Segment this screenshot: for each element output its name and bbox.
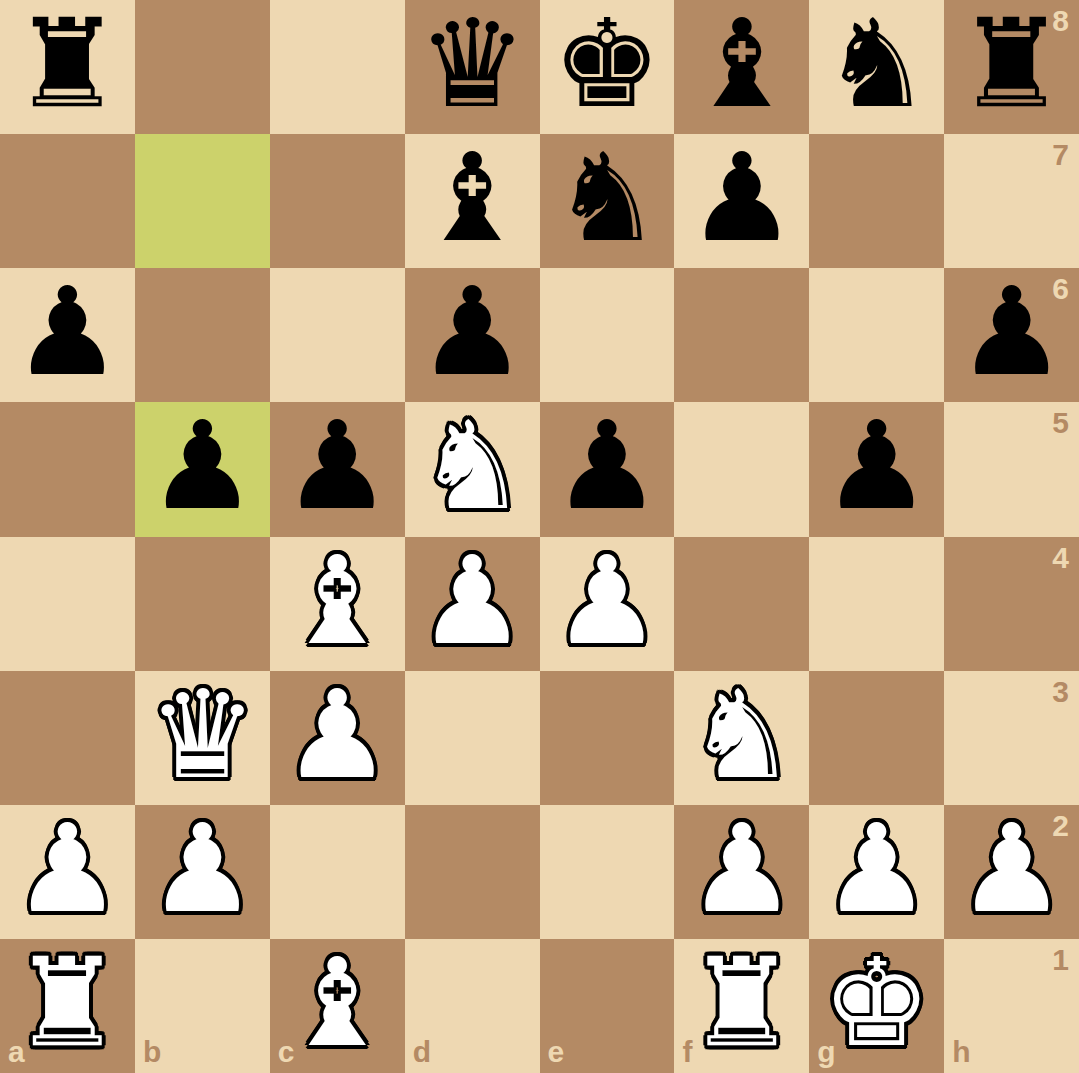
black-pawn[interactable]: ♟ (687, 137, 796, 259)
rank-label-7: 7 (1052, 140, 1069, 170)
square-c3[interactable]: ♟ (270, 671, 405, 805)
square-g8[interactable]: ♞ (809, 0, 944, 134)
square-b5[interactable]: ♟ (135, 402, 270, 536)
square-c6[interactable] (270, 268, 405, 402)
square-g7[interactable] (809, 134, 944, 268)
rank-label-1: 1 (1052, 945, 1069, 975)
white-pawn[interactable]: ♟ (148, 808, 257, 930)
black-rook[interactable]: ♜ (957, 3, 1066, 125)
square-g2[interactable]: ♟ (809, 805, 944, 939)
square-e3[interactable] (540, 671, 675, 805)
square-a2[interactable]: ♟ (0, 805, 135, 939)
black-queen[interactable]: ♛ (417, 3, 526, 125)
black-king[interactable]: ♚ (552, 3, 661, 125)
black-pawn[interactable]: ♟ (417, 271, 526, 393)
square-b3[interactable]: ♛ (135, 671, 270, 805)
white-rook[interactable]: ♜ (13, 942, 122, 1064)
square-d6[interactable]: ♟ (405, 268, 540, 402)
square-d2[interactable] (405, 805, 540, 939)
square-e2[interactable] (540, 805, 675, 939)
square-b4[interactable] (135, 537, 270, 671)
black-pawn[interactable]: ♟ (283, 405, 392, 527)
black-pawn[interactable]: ♟ (957, 271, 1066, 393)
square-c5[interactable]: ♟ (270, 402, 405, 536)
square-g6[interactable] (809, 268, 944, 402)
square-a3[interactable] (0, 671, 135, 805)
square-f5[interactable] (674, 402, 809, 536)
square-b2[interactable]: ♟ (135, 805, 270, 939)
rank-label-5: 5 (1052, 408, 1069, 438)
square-g4[interactable] (809, 537, 944, 671)
square-e1[interactable]: e (540, 939, 675, 1073)
square-f8[interactable]: ♝ (674, 0, 809, 134)
square-a6[interactable]: ♟ (0, 268, 135, 402)
black-pawn[interactable]: ♟ (13, 271, 122, 393)
square-d5[interactable]: ♞ (405, 402, 540, 536)
square-h7[interactable]: 7 (944, 134, 1079, 268)
square-c4[interactable]: ♝ (270, 537, 405, 671)
square-c7[interactable] (270, 134, 405, 268)
square-a5[interactable] (0, 402, 135, 536)
file-label-e: e (548, 1037, 565, 1067)
black-bishop[interactable]: ♝ (687, 3, 796, 125)
black-pawn[interactable]: ♟ (822, 405, 931, 527)
white-king[interactable]: ♚ (822, 942, 931, 1064)
black-knight[interactable]: ♞ (552, 137, 661, 259)
square-e8[interactable]: ♚ (540, 0, 675, 134)
square-a1[interactable]: a♜ (0, 939, 135, 1073)
square-a7[interactable] (0, 134, 135, 268)
white-pawn[interactable]: ♟ (283, 674, 392, 796)
file-label-h: h (952, 1037, 970, 1067)
square-c2[interactable] (270, 805, 405, 939)
square-c1[interactable]: c♝ (270, 939, 405, 1073)
square-d1[interactable]: d (405, 939, 540, 1073)
square-h5[interactable]: 5 (944, 402, 1079, 536)
black-pawn[interactable]: ♟ (552, 405, 661, 527)
chess-board: ♜♛♚♝♞8♜♝♞♟7♟♟6♟♟♟♞♟♟5♝♟♟4♛♟♞3♟♟♟♟2♟a♜bc♝… (0, 0, 1079, 1073)
square-h8[interactable]: 8♜ (944, 0, 1079, 134)
square-a4[interactable] (0, 537, 135, 671)
black-bishop[interactable]: ♝ (417, 137, 526, 259)
square-g5[interactable]: ♟ (809, 402, 944, 536)
square-h4[interactable]: 4 (944, 537, 1079, 671)
square-b1[interactable]: b (135, 939, 270, 1073)
white-bishop[interactable]: ♝ (283, 540, 392, 662)
white-pawn[interactable]: ♟ (822, 808, 931, 930)
square-d4[interactable]: ♟ (405, 537, 540, 671)
square-f7[interactable]: ♟ (674, 134, 809, 268)
file-label-d: d (413, 1037, 431, 1067)
white-pawn[interactable]: ♟ (13, 808, 122, 930)
white-pawn[interactable]: ♟ (417, 540, 526, 662)
square-b8[interactable] (135, 0, 270, 134)
white-pawn[interactable]: ♟ (552, 540, 661, 662)
black-pawn[interactable]: ♟ (148, 405, 257, 527)
square-f6[interactable] (674, 268, 809, 402)
white-rook[interactable]: ♜ (687, 942, 796, 1064)
square-e6[interactable] (540, 268, 675, 402)
square-d7[interactable]: ♝ (405, 134, 540, 268)
square-d3[interactable] (405, 671, 540, 805)
square-c8[interactable] (270, 0, 405, 134)
square-g3[interactable] (809, 671, 944, 805)
white-knight[interactable]: ♞ (417, 405, 526, 527)
square-g1[interactable]: g♚ (809, 939, 944, 1073)
square-f2[interactable]: ♟ (674, 805, 809, 939)
square-h3[interactable]: 3 (944, 671, 1079, 805)
black-knight[interactable]: ♞ (822, 3, 931, 125)
square-f4[interactable] (674, 537, 809, 671)
square-e7[interactable]: ♞ (540, 134, 675, 268)
rank-label-3: 3 (1052, 677, 1069, 707)
square-f1[interactable]: f♜ (674, 939, 809, 1073)
file-label-b: b (143, 1037, 161, 1067)
black-rook[interactable]: ♜ (13, 3, 122, 125)
square-a8[interactable]: ♜ (0, 0, 135, 134)
square-h2[interactable]: 2♟ (944, 805, 1079, 939)
white-pawn[interactable]: ♟ (687, 808, 796, 930)
square-d8[interactable]: ♛ (405, 0, 540, 134)
square-b7[interactable] (135, 134, 270, 268)
square-b6[interactable] (135, 268, 270, 402)
square-h6[interactable]: 6♟ (944, 268, 1079, 402)
white-bishop[interactable]: ♝ (283, 942, 392, 1064)
square-h1[interactable]: 1h (944, 939, 1079, 1073)
square-e4[interactable]: ♟ (540, 537, 675, 671)
white-knight[interactable]: ♞ (687, 674, 796, 796)
square-f3[interactable]: ♞ (674, 671, 809, 805)
white-pawn[interactable]: ♟ (957, 808, 1066, 930)
rank-label-4: 4 (1052, 543, 1069, 573)
square-e5[interactable]: ♟ (540, 402, 675, 536)
white-queen[interactable]: ♛ (148, 674, 257, 796)
